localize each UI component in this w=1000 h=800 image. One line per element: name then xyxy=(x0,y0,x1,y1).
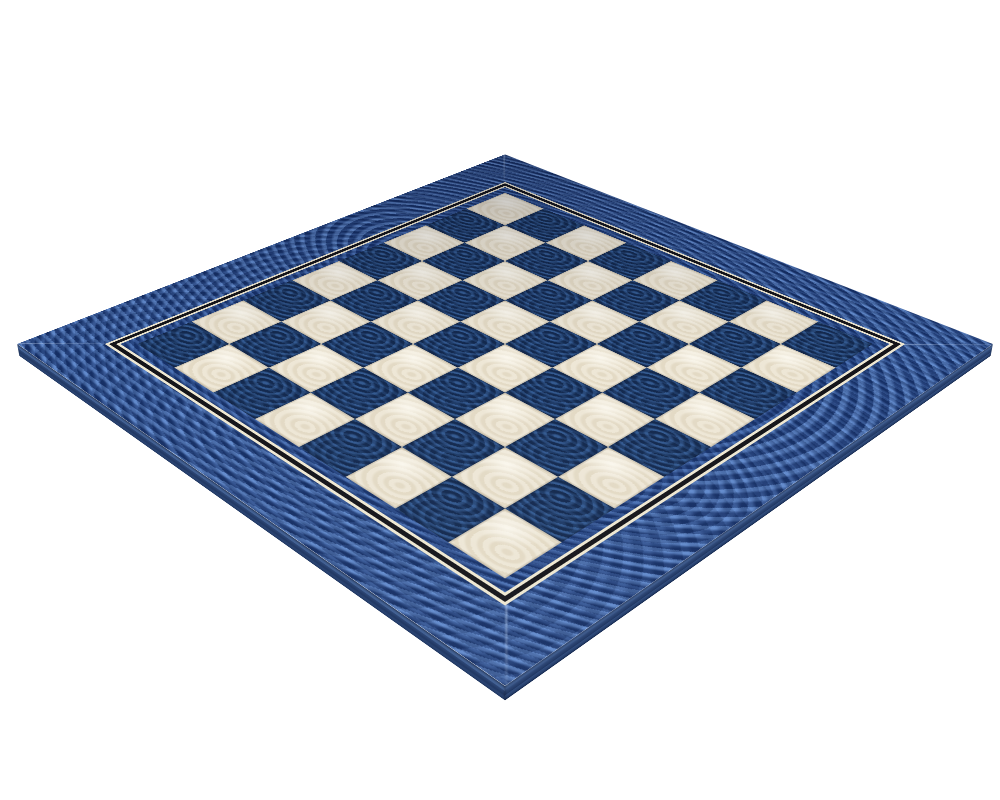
square-h3[interactable] xyxy=(558,447,664,508)
playing-area xyxy=(137,193,872,579)
product-photo-stage xyxy=(0,0,1000,800)
board-top-face xyxy=(17,154,993,686)
square-g1[interactable] xyxy=(395,477,505,543)
border-miter-seam-right xyxy=(903,344,994,345)
square-h1[interactable] xyxy=(448,509,561,579)
square-g4[interactable] xyxy=(555,393,655,447)
square-g3[interactable] xyxy=(505,419,608,477)
chess-board xyxy=(17,154,993,686)
square-e4[interactable] xyxy=(458,344,552,393)
square-f3[interactable] xyxy=(455,393,555,447)
border-miter-seam-far xyxy=(503,154,505,182)
square-f1[interactable] xyxy=(346,447,452,508)
square-d2[interactable] xyxy=(311,368,408,419)
square-d3[interactable] xyxy=(363,344,457,393)
border-miter-seam-near xyxy=(505,604,508,686)
square-f2[interactable] xyxy=(402,419,505,477)
square-e3[interactable] xyxy=(408,368,505,419)
border-miter-seam-left xyxy=(17,343,107,344)
square-h7[interactable] xyxy=(741,344,835,393)
square-h5[interactable] xyxy=(655,393,755,447)
square-h4[interactable] xyxy=(608,419,711,477)
square-c2[interactable] xyxy=(269,344,363,393)
square-f4[interactable] xyxy=(505,368,602,419)
square-d1[interactable] xyxy=(255,393,355,447)
square-c1[interactable] xyxy=(213,368,310,419)
square-e2[interactable] xyxy=(355,393,455,447)
square-b1[interactable] xyxy=(174,344,268,393)
square-e1[interactable] xyxy=(299,419,402,477)
square-g6[interactable] xyxy=(647,344,741,393)
square-h6[interactable] xyxy=(699,368,796,419)
square-g5[interactable] xyxy=(602,368,699,419)
square-h2[interactable] xyxy=(505,477,615,543)
square-g2[interactable] xyxy=(452,447,558,508)
square-f5[interactable] xyxy=(552,344,646,393)
